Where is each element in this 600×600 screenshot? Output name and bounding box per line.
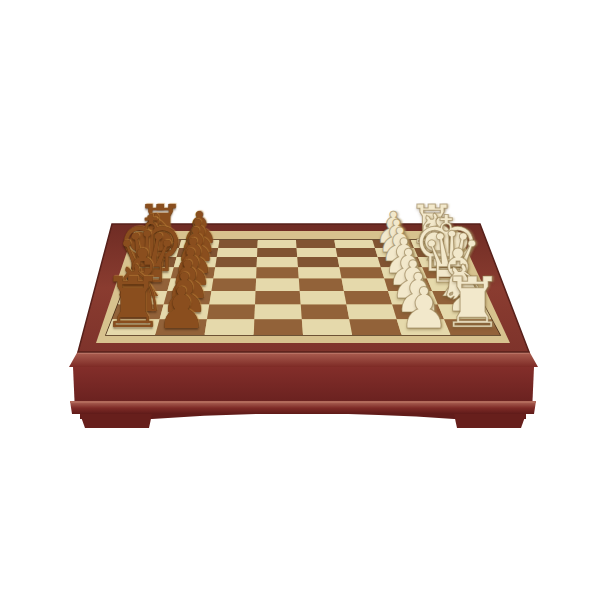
chess-set-product-photo: ♜♟♟♜♞♟♟♞♝♟♟♝♚♟♟♚♛♟♟♛♝♟♟♝♞♟♟♞♜♟♟♜ [0,0,600,600]
piece-black-rook-a8: ♜ [102,268,164,338]
piece-white-rook-a1: ♜ [441,268,503,338]
piece-black-pawn-a7: ♟ [156,280,207,337]
pieces-layer: ♜♟♟♜♞♟♟♞♝♟♟♝♚♟♟♚♛♟♟♛♝♟♟♝♞♟♟♞♜♟♟♜ [0,0,600,600]
